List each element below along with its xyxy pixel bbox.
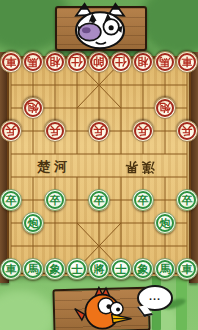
board-cell[interactable] <box>132 143 154 166</box>
board-cell[interactable] <box>66 189 88 212</box>
piece-glyph: 車 <box>182 57 193 68</box>
piece-green-soldier[interactable]: 卒 <box>0 189 22 211</box>
board-cell[interactable] <box>66 235 88 258</box>
piece-glyph: 車 <box>6 264 17 275</box>
piece-red-cannon[interactable]: 炮 <box>154 97 176 119</box>
board-cell[interactable] <box>44 143 66 166</box>
board-cell[interactable] <box>88 212 110 235</box>
board-cell[interactable]: 仕 <box>66 51 88 74</box>
board-cell[interactable] <box>110 212 132 235</box>
chat-bubble[interactable]: ... <box>137 285 173 311</box>
board-cell[interactable]: 兵 <box>176 120 198 143</box>
board-cell[interactable] <box>154 143 176 166</box>
board-cell[interactable] <box>44 166 66 189</box>
board-cell[interactable]: 兵 <box>132 120 154 143</box>
board-cell[interactable]: 卒 <box>44 189 66 212</box>
piece-green-soldier[interactable]: 卒 <box>176 189 198 211</box>
board-cell[interactable] <box>0 97 22 120</box>
board-cell[interactable] <box>22 166 44 189</box>
piece-glyph: 相 <box>50 57 61 68</box>
board-cell[interactable] <box>0 235 22 258</box>
piece-red-chariot[interactable]: 車 <box>0 51 22 73</box>
board-grid: 車馬相仕帥仕相馬車炮炮兵兵兵兵兵卒卒卒卒卒炮炮車馬象士將士象馬車 <box>0 51 198 281</box>
piece-glyph: 卒 <box>182 195 193 206</box>
board-cell[interactable] <box>154 166 176 189</box>
piece-glyph: 象 <box>138 264 149 275</box>
piece-red-cannon[interactable]: 炮 <box>22 97 44 119</box>
board-cell[interactable]: 車 <box>176 258 198 281</box>
board-cell[interactable]: 象 <box>44 258 66 281</box>
piece-glyph: 帥 <box>94 57 105 68</box>
piece-glyph: 炮 <box>28 103 39 114</box>
board-cell[interactable]: 兵 <box>0 120 22 143</box>
piece-glyph: 馬 <box>160 264 171 275</box>
board-cell[interactable]: 相 <box>44 51 66 74</box>
piece-glyph: 車 <box>182 264 193 275</box>
board-cell[interactable] <box>132 74 154 97</box>
board-cell[interactable] <box>110 166 132 189</box>
piece-glyph: 兵 <box>138 126 149 137</box>
board-cell[interactable] <box>154 235 176 258</box>
piece-red-soldier[interactable]: 兵 <box>176 120 198 142</box>
piece-green-horse[interactable]: 馬 <box>154 258 176 280</box>
piece-green-chariot[interactable]: 車 <box>0 258 22 280</box>
piece-glyph: 兵 <box>182 126 193 137</box>
piece-red-advisor[interactable]: 仕 <box>66 51 88 73</box>
piece-glyph: 兵 <box>94 126 105 137</box>
board-cell[interactable]: 兵 <box>44 120 66 143</box>
board-cell[interactable]: 馬 <box>154 51 176 74</box>
piece-glyph: 士 <box>116 264 127 275</box>
piece-green-horse[interactable]: 馬 <box>22 258 44 280</box>
board-cell[interactable] <box>176 74 198 97</box>
orange-bird-avatar <box>70 286 142 330</box>
white-tiger-avatar <box>58 2 142 50</box>
board-cell[interactable]: 馬 <box>22 51 44 74</box>
chat-bubble-dots: ... <box>149 290 161 302</box>
board-cell[interactable] <box>110 74 132 97</box>
foliage-blob <box>0 290 55 330</box>
board-cell[interactable] <box>110 235 132 258</box>
board-cell[interactable]: 車 <box>0 258 22 281</box>
board-cell[interactable] <box>22 235 44 258</box>
board-cell[interactable] <box>0 212 22 235</box>
piece-glyph: 卒 <box>50 195 61 206</box>
piece-green-chariot[interactable]: 車 <box>176 258 198 280</box>
board-cell[interactable] <box>176 166 198 189</box>
piece-green-cannon[interactable]: 炮 <box>154 212 176 234</box>
board-cell[interactable] <box>66 143 88 166</box>
game-screen: 楚河 漢界 車馬相仕帥仕相馬車炮炮兵兵兵兵兵卒卒卒卒卒炮炮車馬象士將士象馬車 .… <box>0 0 198 330</box>
board-cell[interactable] <box>154 74 176 97</box>
board-cell[interactable] <box>88 143 110 166</box>
piece-red-soldier[interactable]: 兵 <box>0 120 22 142</box>
piece-glyph: 炮 <box>160 103 171 114</box>
board-cell[interactable]: 士 <box>66 258 88 281</box>
board-cell[interactable]: 馬 <box>154 258 176 281</box>
piece-glyph: 卒 <box>6 195 17 206</box>
board-cell[interactable]: 炮 <box>22 212 44 235</box>
board-cell[interactable] <box>110 120 132 143</box>
piece-glyph: 相 <box>138 57 149 68</box>
board-cell[interactable]: 車 <box>0 51 22 74</box>
board-cell[interactable] <box>110 189 132 212</box>
board-cell[interactable] <box>88 235 110 258</box>
piece-glyph: 馬 <box>28 264 39 275</box>
piece-red-elephant[interactable]: 相 <box>132 51 154 73</box>
piece-green-cannon[interactable]: 炮 <box>22 212 44 234</box>
board-cell[interactable] <box>66 74 88 97</box>
board-cell[interactable]: 車 <box>176 51 198 74</box>
board-cell[interactable] <box>44 235 66 258</box>
board-cell[interactable] <box>44 97 66 120</box>
board-cell[interactable]: 炮 <box>154 97 176 120</box>
piece-glyph: 馬 <box>160 57 171 68</box>
piece-green-elephant[interactable]: 象 <box>132 258 154 280</box>
piece-green-soldier[interactable]: 卒 <box>132 189 154 211</box>
board-cell[interactable] <box>132 235 154 258</box>
piece-glyph: 炮 <box>160 218 171 229</box>
piece-glyph: 馬 <box>28 57 39 68</box>
piece-red-advisor[interactable]: 仕 <box>110 51 132 73</box>
piece-glyph: 仕 <box>116 57 127 68</box>
piece-green-elephant[interactable]: 象 <box>44 258 66 280</box>
board-cell[interactable] <box>66 120 88 143</box>
piece-glyph: 炮 <box>28 218 39 229</box>
board-cell[interactable] <box>22 120 44 143</box>
board-cell[interactable] <box>132 212 154 235</box>
board-cell[interactable] <box>22 189 44 212</box>
board-cell[interactable] <box>22 143 44 166</box>
board-cell[interactable]: 卒 <box>88 189 110 212</box>
piece-red-horse[interactable]: 馬 <box>22 51 44 73</box>
piece-red-horse[interactable]: 馬 <box>154 51 176 73</box>
board-cell[interactable]: 炮 <box>22 97 44 120</box>
board-cell[interactable] <box>176 235 198 258</box>
board-cell[interactable] <box>110 143 132 166</box>
piece-green-soldier[interactable]: 卒 <box>88 189 110 211</box>
piece-red-soldier[interactable]: 兵 <box>88 120 110 142</box>
piece-green-advisor[interactable]: 士 <box>66 258 88 280</box>
board-cell[interactable] <box>132 166 154 189</box>
board-cell[interactable] <box>22 74 44 97</box>
board-cell[interactable] <box>88 97 110 120</box>
board-cell[interactable] <box>66 212 88 235</box>
piece-glyph: 卒 <box>138 195 149 206</box>
piece-glyph: 仕 <box>72 57 83 68</box>
piece-glyph: 將 <box>94 264 105 275</box>
board-cell[interactable] <box>44 212 66 235</box>
piece-glyph: 卒 <box>94 195 105 206</box>
board-cell[interactable]: 卒 <box>176 189 198 212</box>
board-cell[interactable] <box>154 120 176 143</box>
board-cell[interactable] <box>176 97 198 120</box>
piece-glyph: 象 <box>50 264 61 275</box>
board-cell[interactable] <box>132 97 154 120</box>
piece-red-soldier[interactable]: 兵 <box>132 120 154 142</box>
piece-red-chariot[interactable]: 車 <box>176 51 198 73</box>
board-cell[interactable] <box>0 74 22 97</box>
board-cell[interactable] <box>88 74 110 97</box>
board-cell[interactable] <box>88 166 110 189</box>
board-cell[interactable] <box>154 189 176 212</box>
board-cell[interactable] <box>110 97 132 120</box>
board-cell[interactable]: 兵 <box>88 120 110 143</box>
piece-green-advisor[interactable]: 士 <box>110 258 132 280</box>
board-cell[interactable] <box>66 97 88 120</box>
board-cell[interactable] <box>0 166 22 189</box>
piece-green-general[interactable]: 將 <box>88 258 110 280</box>
piece-glyph: 士 <box>72 264 83 275</box>
board-cell[interactable]: 仕 <box>110 51 132 74</box>
piece-glyph: 車 <box>6 57 17 68</box>
board-cell[interactable]: 士 <box>110 258 132 281</box>
board-cell[interactable]: 炮 <box>154 212 176 235</box>
piece-red-general[interactable]: 帥 <box>88 51 110 73</box>
piece-red-soldier[interactable]: 兵 <box>44 120 66 142</box>
piece-glyph: 兵 <box>50 126 61 137</box>
board-cell[interactable] <box>66 166 88 189</box>
board-cell[interactable]: 相 <box>132 51 154 74</box>
piece-glyph: 兵 <box>6 126 17 137</box>
board-cell[interactable] <box>44 74 66 97</box>
piece-green-soldier[interactable]: 卒 <box>44 189 66 211</box>
board-cell[interactable] <box>176 212 198 235</box>
board-cell[interactable]: 卒 <box>0 189 22 212</box>
piece-red-elephant[interactable]: 相 <box>44 51 66 73</box>
board-cell[interactable] <box>0 143 22 166</box>
board-cell[interactable]: 將 <box>88 258 110 281</box>
board-cell[interactable]: 象 <box>132 258 154 281</box>
board-cell[interactable] <box>176 143 198 166</box>
board-cell[interactable]: 馬 <box>22 258 44 281</box>
board-cell[interactable]: 卒 <box>132 189 154 212</box>
board-cell[interactable]: 帥 <box>88 51 110 74</box>
